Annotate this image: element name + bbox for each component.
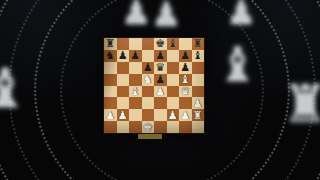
square-c1 bbox=[129, 121, 142, 133]
square-a5 bbox=[104, 74, 117, 86]
background-rook-icon: ♜ bbox=[282, 78, 320, 130]
black-pawn-g7: ♟ bbox=[180, 50, 190, 61]
square-e1 bbox=[154, 121, 167, 133]
white-knight-d5: ♞ bbox=[143, 74, 153, 85]
square-e4: ♟ bbox=[154, 86, 167, 98]
square-b5 bbox=[117, 74, 130, 86]
white-bishop-c4: ♝ bbox=[130, 85, 140, 96]
square-f5 bbox=[167, 74, 180, 86]
background-pawn-icon: ♟ bbox=[121, 0, 151, 29]
square-c2 bbox=[129, 109, 142, 121]
square-c4: ♝ bbox=[129, 86, 142, 98]
square-d4 bbox=[142, 86, 155, 98]
white-pawn-a2: ♟ bbox=[105, 109, 115, 120]
chess-board: ♜♚♝♜♞♟♟♟♟♝♟♛♟♞♟♝♝♟♛♟♟♟♟♟♜♚ bbox=[104, 38, 204, 133]
square-d5: ♞ bbox=[142, 74, 155, 86]
watermark bbox=[138, 134, 162, 139]
square-c7: ♟ bbox=[129, 50, 142, 62]
square-f1 bbox=[167, 121, 180, 133]
square-e2 bbox=[154, 109, 167, 121]
background-bishop-icon: ♝ bbox=[0, 62, 29, 116]
white-pawn-h3: ♟ bbox=[193, 97, 203, 108]
white-bishop-g5: ♝ bbox=[180, 74, 190, 85]
black-bishop-h7: ♝ bbox=[193, 50, 203, 61]
black-queen-e6: ♛ bbox=[155, 62, 165, 73]
square-f2: ♟ bbox=[167, 109, 180, 121]
square-f7 bbox=[167, 50, 180, 62]
square-e3 bbox=[154, 97, 167, 109]
black-pawn-e5: ♟ bbox=[155, 74, 165, 85]
black-pawn-c7: ♟ bbox=[130, 50, 140, 61]
black-pawn-d6: ♟ bbox=[143, 62, 153, 73]
black-king-e8: ♚ bbox=[155, 38, 165, 49]
square-a2: ♟ bbox=[104, 109, 117, 121]
white-queen-g4: ♛ bbox=[180, 85, 190, 96]
square-d1: ♚ bbox=[142, 121, 155, 133]
white-pawn-g2: ♟ bbox=[180, 109, 190, 120]
square-c6 bbox=[129, 62, 142, 74]
square-g4: ♛ bbox=[179, 86, 192, 98]
black-knight-a7: ♞ bbox=[105, 50, 115, 61]
square-b2: ♟ bbox=[117, 109, 130, 121]
black-bishop-f8: ♝ bbox=[168, 38, 178, 49]
black-rook-a8: ♜ bbox=[105, 38, 115, 49]
square-g2: ♟ bbox=[179, 109, 192, 121]
square-c3 bbox=[129, 97, 142, 109]
square-a7: ♞ bbox=[104, 50, 117, 62]
square-h1 bbox=[192, 121, 205, 133]
background-bishop-icon: ♝ bbox=[216, 40, 259, 88]
square-g1 bbox=[179, 121, 192, 133]
white-rook-h2: ♜ bbox=[193, 109, 203, 120]
square-b6 bbox=[117, 62, 130, 74]
square-h7: ♝ bbox=[192, 50, 205, 62]
white-pawn-f2: ♟ bbox=[168, 109, 178, 120]
black-pawn-g6: ♟ bbox=[180, 62, 190, 73]
background-pawn-icon: ♟ bbox=[226, 0, 256, 29]
square-a6 bbox=[104, 62, 117, 74]
square-f4 bbox=[167, 86, 180, 98]
white-pawn-e4: ♟ bbox=[155, 85, 165, 96]
square-h5 bbox=[192, 74, 205, 86]
square-a1 bbox=[104, 121, 117, 133]
square-f8: ♝ bbox=[167, 38, 180, 50]
square-f6 bbox=[167, 62, 180, 74]
square-b7: ♟ bbox=[117, 50, 130, 62]
square-b4 bbox=[117, 86, 130, 98]
black-rook-h8: ♜ bbox=[193, 38, 203, 49]
black-pawn-b7: ♟ bbox=[118, 50, 128, 61]
square-h6 bbox=[192, 62, 205, 74]
square-b1 bbox=[117, 121, 130, 133]
square-d3 bbox=[142, 97, 155, 109]
square-h2: ♜ bbox=[192, 109, 205, 121]
black-pawn-e7: ♟ bbox=[155, 50, 165, 61]
white-pawn-b2: ♟ bbox=[118, 109, 128, 120]
background-pawn-icon: ♟ bbox=[151, 0, 181, 31]
white-king-d1: ♚ bbox=[143, 121, 153, 132]
square-d8 bbox=[142, 38, 155, 50]
square-a4 bbox=[104, 86, 117, 98]
